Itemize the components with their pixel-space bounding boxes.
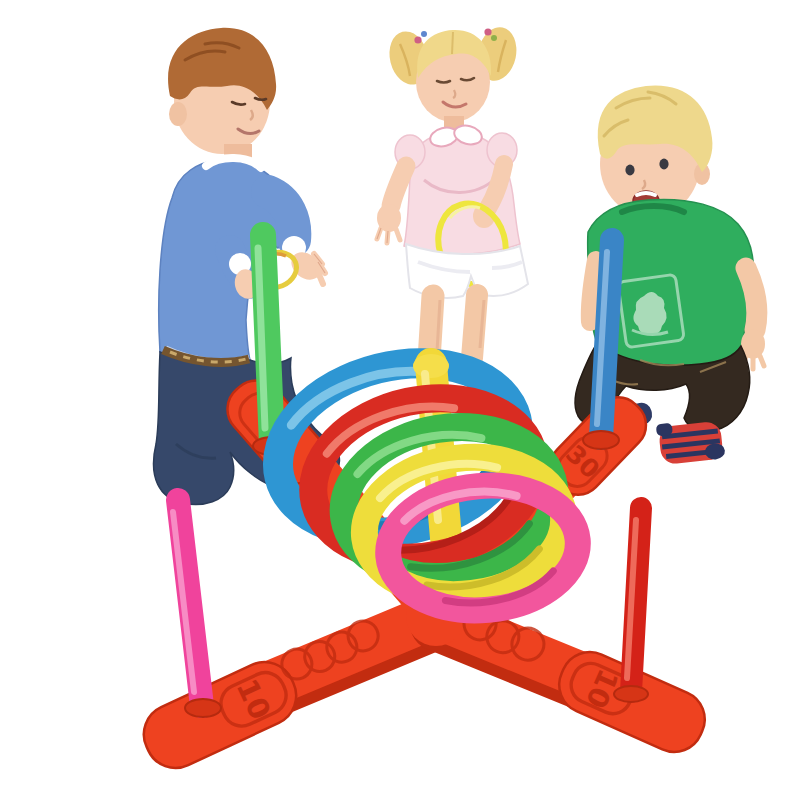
girl-hair-parting xyxy=(452,32,453,54)
girl-hairclip-icon xyxy=(484,28,491,35)
base-plate-lower-left: 10 xyxy=(134,652,306,778)
photo-stage: 30 10 10 xyxy=(0,0,800,800)
girl-hairclip-icon xyxy=(414,36,421,43)
boy-right-forearm xyxy=(746,268,757,330)
boy-right-eye-left xyxy=(625,165,634,176)
peg-blue-collar xyxy=(583,431,619,449)
scene-photo: 30 10 10 xyxy=(0,0,800,800)
girl-arm-left xyxy=(391,166,406,206)
boy-right-arm-near xyxy=(590,260,596,322)
peg-pink-collar xyxy=(185,699,221,717)
girl-eye-left xyxy=(437,81,450,83)
girl-hand-open xyxy=(377,204,401,243)
child-center-girl xyxy=(377,24,528,360)
girl-hairclip-icon xyxy=(491,35,497,41)
girl-leg-right xyxy=(472,295,477,358)
boy-right-eye-right xyxy=(659,159,668,170)
boy-left-ear-icon xyxy=(169,102,187,126)
girl-hairclip-icon xyxy=(421,31,427,37)
peg-red-collar xyxy=(614,686,648,702)
